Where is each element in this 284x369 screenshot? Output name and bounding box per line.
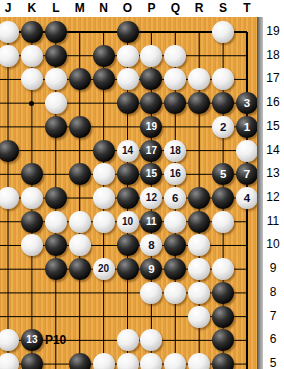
stone-white-R8[interactable] xyxy=(188,282,210,304)
row-label-5: 5 xyxy=(262,356,284,369)
stone-black-S13[interactable]: 5 xyxy=(212,163,234,185)
stone-black-M5[interactable] xyxy=(69,353,91,369)
stone-black-K5[interactable] xyxy=(21,353,43,369)
move-number-9: 9 xyxy=(140,258,162,280)
stone-white-K12[interactable] xyxy=(21,187,43,209)
row-label-8: 8 xyxy=(262,285,284,299)
stone-white-T14[interactable] xyxy=(236,140,258,162)
row-label-17: 17 xyxy=(262,71,284,85)
stone-white-O5[interactable] xyxy=(117,353,139,369)
column-label-R: R xyxy=(190,1,208,15)
stone-black-P15[interactable]: 19 xyxy=(140,116,162,138)
stone-black-T16[interactable]: 3 xyxy=(236,92,258,114)
stone-white-S11[interactable] xyxy=(212,211,234,233)
stone-black-P9[interactable]: 9 xyxy=(140,258,162,280)
column-label-P: P xyxy=(142,1,160,15)
move-number-16: 16 xyxy=(164,163,186,185)
row-label-6: 6 xyxy=(262,332,284,346)
stone-white-P12[interactable]: 12 xyxy=(140,187,162,209)
column-label-K: K xyxy=(23,1,41,15)
stone-white-P10[interactable]: 8 xyxy=(140,234,162,256)
stone-white-Q5[interactable] xyxy=(164,353,186,369)
stone-white-N9[interactable]: 20 xyxy=(93,258,115,280)
stone-white-K18[interactable] xyxy=(21,45,43,67)
stone-white-N13[interactable] xyxy=(93,163,115,185)
stone-white-Q11[interactable] xyxy=(164,211,186,233)
column-label-Q: Q xyxy=(166,1,184,15)
move-number-7: 7 xyxy=(236,163,258,185)
move-number-2: 2 xyxy=(212,116,234,138)
move-number-8: 8 xyxy=(140,234,162,256)
stone-white-O17[interactable] xyxy=(117,68,139,90)
row-label-9: 9 xyxy=(262,261,284,275)
move-number-18: 18 xyxy=(164,140,186,162)
move-number-1: 1 xyxy=(236,116,258,138)
column-label-T: T xyxy=(238,1,256,15)
stone-white-S19[interactable] xyxy=(212,21,234,43)
stone-black-O16[interactable] xyxy=(117,92,139,114)
stone-white-O14[interactable]: 14 xyxy=(117,140,139,162)
column-label-L: L xyxy=(47,1,65,15)
move-number-20: 20 xyxy=(93,258,115,280)
stone-black-J14[interactable] xyxy=(0,140,19,162)
row-label-7: 7 xyxy=(262,309,284,323)
stone-white-Q13[interactable]: 16 xyxy=(164,163,186,185)
stone-white-L16[interactable] xyxy=(45,92,67,114)
stone-black-M15[interactable] xyxy=(69,116,91,138)
margin-note-stone-13: 13 xyxy=(21,329,43,351)
stone-white-L11[interactable] xyxy=(45,211,67,233)
stone-white-Q18[interactable] xyxy=(164,45,186,67)
stone-black-M17[interactable] xyxy=(69,68,91,90)
column-label-N: N xyxy=(95,1,113,15)
stone-black-M9[interactable] xyxy=(69,258,91,280)
stone-white-T12[interactable]: 4 xyxy=(236,187,258,209)
column-label-M: M xyxy=(71,1,89,15)
stone-black-S5[interactable] xyxy=(212,353,234,369)
move-number-17: 17 xyxy=(140,140,162,162)
stone-white-N11[interactable] xyxy=(93,211,115,233)
stone-black-L15[interactable] xyxy=(45,116,67,138)
stone-black-L19[interactable] xyxy=(45,21,67,43)
stone-black-K19[interactable] xyxy=(21,21,43,43)
stone-black-T15[interactable]: 1 xyxy=(236,116,258,138)
stone-white-Q12[interactable]: 6 xyxy=(164,187,186,209)
row-label-16: 16 xyxy=(262,95,284,109)
stone-black-S8[interactable] xyxy=(212,282,234,304)
margin-note-text: P10 xyxy=(45,333,66,347)
row-label-11: 11 xyxy=(262,214,284,228)
stone-white-P18[interactable] xyxy=(140,45,162,67)
stone-white-Q14[interactable]: 18 xyxy=(164,140,186,162)
move-number-5: 5 xyxy=(212,163,234,185)
move-number-11: 11 xyxy=(140,211,162,233)
stone-black-P11[interactable]: 11 xyxy=(140,211,162,233)
stone-black-L18[interactable] xyxy=(45,45,67,67)
stone-black-O12[interactable] xyxy=(117,187,139,209)
column-label-J: J xyxy=(0,1,17,15)
margin-note-move-number: 13 xyxy=(21,329,43,351)
stone-white-R7[interactable] xyxy=(188,306,210,328)
row-label-15: 15 xyxy=(262,119,284,133)
column-label-O: O xyxy=(119,1,137,15)
move-number-4: 4 xyxy=(236,187,258,209)
stone-white-M10[interactable] xyxy=(69,234,91,256)
move-number-19: 19 xyxy=(140,116,162,138)
move-number-3: 3 xyxy=(236,92,258,114)
row-label-19: 19 xyxy=(262,24,284,38)
stone-black-L12[interactable] xyxy=(45,187,67,209)
stone-black-S12[interactable] xyxy=(212,187,234,209)
stone-black-N17[interactable] xyxy=(93,68,115,90)
stone-black-O19[interactable] xyxy=(117,21,139,43)
stone-white-O11[interactable]: 10 xyxy=(117,211,139,233)
move-number-6: 6 xyxy=(164,187,186,209)
stone-black-K11[interactable] xyxy=(21,211,43,233)
stone-black-R11[interactable] xyxy=(188,211,210,233)
row-label-10: 10 xyxy=(262,237,284,251)
stone-white-S15[interactable]: 2 xyxy=(212,116,234,138)
move-number-14: 14 xyxy=(117,140,139,162)
stone-black-O9[interactable] xyxy=(117,258,139,280)
stone-black-M13[interactable] xyxy=(69,163,91,185)
stone-black-P13[interactable]: 15 xyxy=(140,163,162,185)
stone-white-N5[interactable] xyxy=(93,353,115,369)
row-label-14: 14 xyxy=(262,143,284,157)
go-kifu-diagram: 31921141718151657126410118209 JKLMNOPQRS… xyxy=(0,0,284,369)
column-label-S: S xyxy=(214,1,232,15)
move-number-10: 10 xyxy=(117,211,139,233)
stone-black-P14[interactable]: 17 xyxy=(140,140,162,162)
stone-black-O10[interactable] xyxy=(117,234,139,256)
row-label-12: 12 xyxy=(262,190,284,204)
stone-black-N14[interactable] xyxy=(93,140,115,162)
stone-black-O13[interactable] xyxy=(117,163,139,185)
stone-black-L9[interactable] xyxy=(45,258,67,280)
row-label-18: 18 xyxy=(262,48,284,62)
row-label-13: 13 xyxy=(262,166,284,180)
move-number-12: 12 xyxy=(140,187,162,209)
move-number-15: 15 xyxy=(140,163,162,185)
stone-black-T13[interactable]: 7 xyxy=(236,163,258,185)
stone-white-O18[interactable] xyxy=(117,45,139,67)
stone-black-S7[interactable] xyxy=(212,306,234,328)
stone-white-R5[interactable] xyxy=(188,353,210,369)
stone-white-O6[interactable] xyxy=(117,329,139,351)
stone-white-N12[interactable] xyxy=(93,187,115,209)
stone-white-M11[interactable] xyxy=(69,211,91,233)
stone-black-N18[interactable] xyxy=(93,45,115,67)
